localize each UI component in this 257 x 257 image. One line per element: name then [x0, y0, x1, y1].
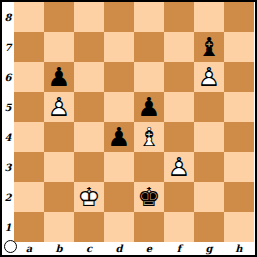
piece-black-king[interactable]: ♚ — [134, 182, 164, 212]
black-king-glyph: ♚ — [134, 182, 164, 212]
square-a2[interactable] — [14, 182, 44, 212]
square-c2[interactable]: ♚♔ — [74, 182, 104, 212]
square-g4[interactable] — [194, 122, 224, 152]
square-h7[interactable] — [224, 32, 254, 62]
square-c7[interactable] — [74, 32, 104, 62]
square-h3[interactable] — [224, 152, 254, 182]
square-c5[interactable] — [74, 92, 104, 122]
file-label-g: g — [194, 242, 224, 255]
file-label-a: a — [14, 242, 44, 255]
square-a3[interactable] — [14, 152, 44, 182]
diagram-layout: 87654321 ♝♟♟♙♟♙♟♟♝♗♟♙♚♔♚ abcdefgh — [2, 2, 255, 255]
rank-label-4: 4 — [2, 122, 14, 152]
square-f3[interactable]: ♟♙ — [164, 152, 194, 182]
white-pawn-outline: ♙ — [194, 62, 224, 92]
square-e7[interactable] — [134, 32, 164, 62]
square-h8[interactable] — [224, 2, 254, 32]
rank-label-6: 6 — [2, 62, 14, 92]
rank-label-7: 7 — [2, 32, 14, 62]
square-g5[interactable] — [194, 92, 224, 122]
square-c8[interactable] — [74, 2, 104, 32]
file-label-h: h — [224, 242, 254, 255]
square-b4[interactable] — [44, 122, 74, 152]
square-b7[interactable] — [44, 32, 74, 62]
square-h5[interactable] — [224, 92, 254, 122]
square-e4[interactable]: ♝♗ — [134, 122, 164, 152]
chess-diagram: 87654321 ♝♟♟♙♟♙♟♟♝♗♟♙♚♔♚ abcdefgh — [0, 0, 257, 257]
square-b8[interactable] — [44, 2, 74, 32]
file-label-e: e — [134, 242, 164, 255]
square-f7[interactable] — [164, 32, 194, 62]
square-d1[interactable] — [104, 212, 134, 242]
square-a7[interactable] — [14, 32, 44, 62]
white-pawn-outline: ♙ — [44, 92, 74, 122]
white-bishop-outline: ♗ — [134, 122, 164, 152]
side-to-move-indicator — [4, 240, 17, 253]
square-g6[interactable]: ♟♙ — [194, 62, 224, 92]
piece-white-pawn[interactable]: ♟♙ — [194, 62, 224, 92]
square-e3[interactable] — [134, 152, 164, 182]
square-g8[interactable] — [194, 2, 224, 32]
square-d2[interactable] — [104, 182, 134, 212]
piece-white-pawn[interactable]: ♟♙ — [44, 92, 74, 122]
rank-labels: 87654321 — [2, 2, 14, 242]
square-a1[interactable] — [14, 212, 44, 242]
square-f4[interactable] — [164, 122, 194, 152]
square-d7[interactable] — [104, 32, 134, 62]
square-c4[interactable] — [74, 122, 104, 152]
square-b6[interactable]: ♟ — [44, 62, 74, 92]
piece-black-pawn[interactable]: ♟ — [104, 122, 134, 152]
square-g1[interactable] — [194, 212, 224, 242]
square-e1[interactable] — [134, 212, 164, 242]
rank-label-2: 2 — [2, 182, 14, 212]
piece-white-bishop[interactable]: ♝♗ — [134, 122, 164, 152]
square-h6[interactable] — [224, 62, 254, 92]
square-e2[interactable]: ♚ — [134, 182, 164, 212]
square-d6[interactable] — [104, 62, 134, 92]
square-a4[interactable] — [14, 122, 44, 152]
square-g7[interactable]: ♝ — [194, 32, 224, 62]
square-d4[interactable]: ♟ — [104, 122, 134, 152]
piece-white-king[interactable]: ♚♔ — [74, 182, 104, 212]
file-label-d: d — [104, 242, 134, 255]
square-b1[interactable] — [44, 212, 74, 242]
rank-label-1: 1 — [2, 212, 14, 242]
black-pawn-glyph: ♟ — [44, 62, 74, 92]
white-king-outline: ♔ — [74, 182, 104, 212]
square-c6[interactable] — [74, 62, 104, 92]
file-labels: abcdefgh — [14, 242, 254, 255]
square-g2[interactable] — [194, 182, 224, 212]
square-a5[interactable] — [14, 92, 44, 122]
piece-black-pawn[interactable]: ♟ — [134, 92, 164, 122]
chess-board: ♝♟♟♙♟♙♟♟♝♗♟♙♚♔♚ — [14, 2, 254, 242]
square-f5[interactable] — [164, 92, 194, 122]
square-c3[interactable] — [74, 152, 104, 182]
square-h4[interactable] — [224, 122, 254, 152]
piece-white-pawn[interactable]: ♟♙ — [164, 152, 194, 182]
square-b2[interactable] — [44, 182, 74, 212]
file-label-b: b — [44, 242, 74, 255]
rank-label-3: 3 — [2, 152, 14, 182]
square-e5[interactable]: ♟ — [134, 92, 164, 122]
square-g3[interactable] — [194, 152, 224, 182]
square-c1[interactable] — [74, 212, 104, 242]
white-pawn-outline: ♙ — [164, 152, 194, 182]
square-h1[interactable] — [224, 212, 254, 242]
square-d3[interactable] — [104, 152, 134, 182]
rank-label-5: 5 — [2, 92, 14, 122]
square-h2[interactable] — [224, 182, 254, 212]
square-a6[interactable] — [14, 62, 44, 92]
square-f8[interactable] — [164, 2, 194, 32]
square-e8[interactable] — [134, 2, 164, 32]
square-f2[interactable] — [164, 182, 194, 212]
square-a8[interactable] — [14, 2, 44, 32]
square-b5[interactable]: ♟♙ — [44, 92, 74, 122]
square-f6[interactable] — [164, 62, 194, 92]
square-d8[interactable] — [104, 2, 134, 32]
piece-black-bishop[interactable]: ♝ — [194, 32, 224, 62]
file-label-f: f — [164, 242, 194, 255]
square-b3[interactable] — [44, 152, 74, 182]
square-e6[interactable] — [134, 62, 164, 92]
rank-label-8: 8 — [2, 2, 14, 32]
square-f1[interactable] — [164, 212, 194, 242]
square-d5[interactable] — [104, 92, 134, 122]
black-pawn-glyph: ♟ — [134, 92, 164, 122]
black-pawn-glyph: ♟ — [104, 122, 134, 152]
piece-black-pawn[interactable]: ♟ — [44, 62, 74, 92]
black-bishop-glyph: ♝ — [194, 32, 224, 62]
file-label-c: c — [74, 242, 104, 255]
